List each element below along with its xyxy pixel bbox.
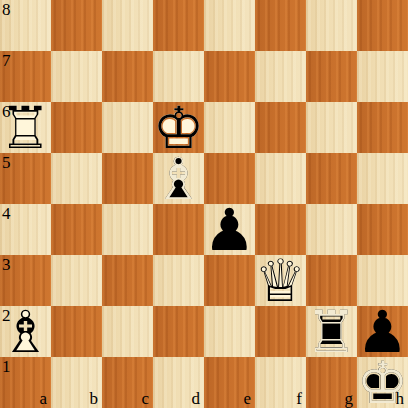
rank-label-5: 5 [2,154,11,171]
black-rook-outline-icon: ♖ [306,306,357,357]
square-e7[interactable] [204,51,255,102]
square-c6[interactable] [102,102,153,153]
square-b3[interactable] [51,255,102,306]
rank-label-1: 1 [2,358,11,375]
square-d1[interactable]: d [153,357,204,408]
square-e1[interactable]: e [204,357,255,408]
square-h4[interactable] [357,204,408,255]
black-rook[interactable]: ♜♖ [306,306,357,357]
white-queen[interactable]: ♛♕ [255,255,306,306]
square-f5[interactable] [255,153,306,204]
square-g5[interactable] [306,153,357,204]
square-c1[interactable]: c [102,357,153,408]
square-h8[interactable] [357,0,408,51]
square-b8[interactable] [51,0,102,51]
square-g6[interactable] [306,102,357,153]
square-b5[interactable] [51,153,102,204]
square-h1[interactable]: h♚♔ [357,357,408,408]
black-pawn-glyph: ♟ [204,204,255,255]
square-a4[interactable]: 4 [0,204,51,255]
file-label-g: g [345,390,354,407]
square-g4[interactable] [306,204,357,255]
square-d2[interactable] [153,306,204,357]
file-label-a: a [39,390,47,407]
square-h5[interactable] [357,153,408,204]
file-label-f: f [296,390,302,407]
square-a2[interactable]: 2♝♗ [0,306,51,357]
rank-label-3: 3 [2,256,11,273]
square-c3[interactable] [102,255,153,306]
square-c8[interactable] [102,0,153,51]
square-g8[interactable] [306,0,357,51]
rank-label-4: 4 [2,205,11,222]
square-f3[interactable]: ♛♕ [255,255,306,306]
black-bishop-outline-icon: ♗ [153,153,204,204]
file-label-e: e [243,390,251,407]
square-d8[interactable] [153,0,204,51]
square-a6[interactable]: 6♜♖ [0,102,51,153]
square-e2[interactable] [204,306,255,357]
file-label-d: d [192,390,201,407]
square-g7[interactable] [306,51,357,102]
square-d3[interactable] [153,255,204,306]
square-f7[interactable] [255,51,306,102]
square-f6[interactable] [255,102,306,153]
square-b4[interactable] [51,204,102,255]
square-c5[interactable] [102,153,153,204]
chess-board: 876♜♖♚♔5♝♗4♟♙3♛♕2♝♗♜♖♟♙1abcdefgh♚♔ [0,0,408,408]
square-b1[interactable]: b [51,357,102,408]
black-pawn[interactable]: ♟♙ [204,204,255,255]
square-b2[interactable] [51,306,102,357]
square-e6[interactable] [204,102,255,153]
square-h7[interactable] [357,51,408,102]
square-b7[interactable] [51,51,102,102]
square-b6[interactable] [51,102,102,153]
square-c2[interactable] [102,306,153,357]
file-label-c: c [141,390,149,407]
file-label-h: h [396,390,405,407]
square-f8[interactable] [255,0,306,51]
rank-label-7: 7 [2,52,11,69]
black-bishop[interactable]: ♝♗ [153,153,204,204]
square-h6[interactable] [357,102,408,153]
square-f1[interactable]: f [255,357,306,408]
square-d5[interactable]: ♝♗ [153,153,204,204]
rank-label-6: 6 [2,103,11,120]
rank-label-2: 2 [2,307,11,324]
square-e4[interactable]: ♟♙ [204,204,255,255]
square-e8[interactable] [204,0,255,51]
square-g2[interactable]: ♜♖ [306,306,357,357]
white-queen-outline-icon: ♕ [255,255,306,306]
square-c7[interactable] [102,51,153,102]
rank-label-8: 8 [2,1,11,18]
file-label-b: b [90,390,99,407]
square-a8[interactable]: 8 [0,0,51,51]
square-c4[interactable] [102,204,153,255]
